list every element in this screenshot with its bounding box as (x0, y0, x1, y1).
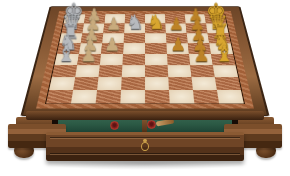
board-square: ♝ (211, 54, 235, 65)
board-plane: ♚♟♟♚♛♟♟♞♞♟♟♛♜♟♟♜♞♟♟♟♟♞♝♟♟♝ (20, 6, 269, 116)
board-front-edge (26, 111, 264, 120)
board-square (121, 77, 145, 90)
board-square (145, 43, 167, 54)
board-square (169, 90, 194, 103)
board-square (96, 90, 121, 103)
piece-silver-pawn: ♟ (80, 46, 97, 64)
drawer-molding-groove-top (50, 137, 240, 138)
captured-piece-red-felt-1 (110, 121, 119, 130)
board-square (122, 54, 145, 65)
board-square (145, 90, 170, 103)
board-burl-border: ♚♟♟♚♛♟♟♞♞♟♟♛♜♟♟♜♞♟♟♟♟♞♝♟♟♝ (36, 11, 254, 108)
board-square (124, 33, 145, 43)
chess-board: ♚♟♟♚♛♟♟♞♞♟♟♛♜♟♟♜♞♟♟♟♟♞♝♟♟♝ (46, 14, 244, 103)
board-square (192, 77, 217, 90)
board-square (75, 65, 100, 77)
board-square (145, 54, 168, 65)
brass-ring-pull-icon (140, 139, 150, 153)
board-square (193, 90, 219, 103)
piece-gold-pawn: ♟ (170, 36, 186, 54)
board-square (145, 33, 166, 43)
board-square: ♟ (103, 23, 124, 33)
piece-silver-pawn: ♟ (104, 36, 120, 54)
piece-gold-pawn: ♟ (169, 16, 184, 33)
board-square (73, 77, 98, 90)
board-square (71, 90, 97, 103)
board-square: ♟ (189, 54, 213, 65)
board-square: ♞ (124, 23, 145, 33)
board-square (213, 65, 238, 77)
board-square (217, 90, 244, 103)
board-square (168, 77, 193, 90)
board-square: ♟ (77, 54, 101, 65)
board-square (46, 90, 73, 103)
piece-gold-pawn: ♟ (193, 46, 210, 64)
board-square (97, 77, 122, 90)
piece-silver-knight: ♞ (126, 13, 144, 33)
board-square (98, 65, 122, 77)
board-square (120, 90, 145, 103)
board-square (168, 65, 192, 77)
board-square (215, 77, 241, 90)
board-square: ♟ (166, 43, 189, 54)
board-square (167, 54, 190, 65)
chess-set-photo: ♚♟♟♚♛♟♟♞♞♟♟♛♜♟♟♜♞♟♟♟♟♞♝♟♟♝ (0, 0, 290, 176)
board-square (145, 65, 168, 77)
board-square (100, 54, 123, 65)
piece-silver-bishop: ♝ (56, 43, 75, 65)
board-frame: ♚♟♟♚♛♟♟♞♞♟♟♛♜♟♟♜♞♟♟♟♟♞♝♟♟♝ (20, 6, 269, 116)
board-square (49, 77, 75, 90)
board-square: ♟ (101, 43, 124, 54)
board-square: ♝ (55, 54, 79, 65)
board-square (123, 43, 145, 54)
board-square (190, 65, 215, 77)
board-square: ♞ (145, 23, 166, 33)
board-square (145, 77, 169, 90)
board-square: ♟ (165, 23, 186, 33)
piece-gold-bishop: ♝ (214, 43, 233, 65)
captured-piece-red-felt-2 (147, 120, 156, 129)
board-square (52, 65, 77, 77)
board-square (122, 65, 145, 77)
drawer-molding-groove-bottom (50, 153, 240, 154)
ring-pull-loop (141, 142, 149, 151)
piece-silver-pawn: ♟ (106, 16, 121, 33)
piece-gold-knight: ♞ (146, 13, 164, 33)
